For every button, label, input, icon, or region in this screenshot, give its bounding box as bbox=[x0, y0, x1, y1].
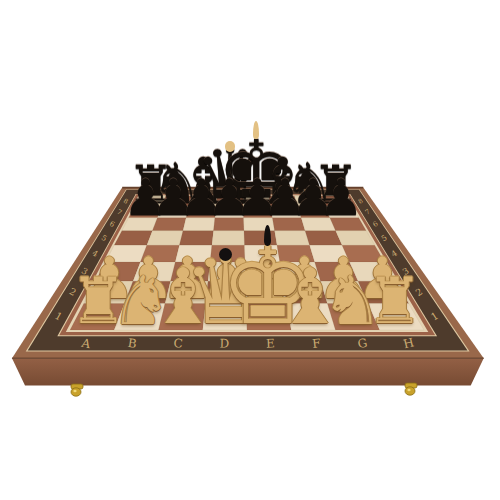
black-pawn-h7[interactable]: ♟ bbox=[316, 173, 366, 223]
white-rook-h1[interactable]: ♜ bbox=[363, 270, 427, 334]
rook-glyph: ♜ bbox=[363, 270, 427, 334]
pieces-layer: ♜♞♝♛♚♝♞♜♟♟♟♟♟♟♟♟♟♟♟♟♟♟♟♟♜♞♝♛♚♝♞♜ bbox=[0, 0, 500, 500]
chess-set-photo: AABBCCDDEEFFGGHH1122334455667788 ♜♞♝♛♚♝♞… bbox=[0, 0, 500, 500]
pawn-glyph: ♟ bbox=[316, 173, 366, 223]
